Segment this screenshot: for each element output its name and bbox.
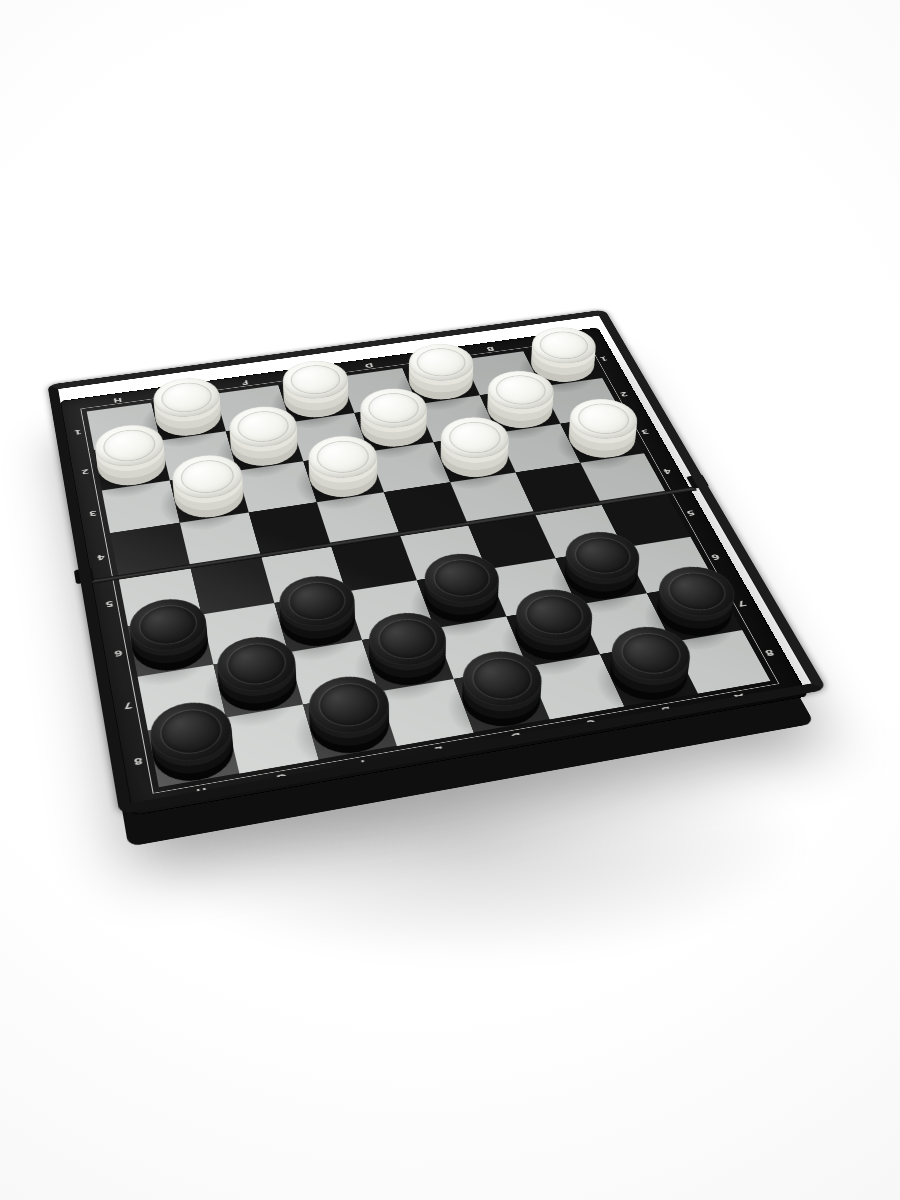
checkers-board: HGFEDCBAHGFEDCBA1234567812345678 [60, 327, 809, 815]
photo-scene: HGFEDCBAHGFEDCBA1234567812345678 [0, 0, 900, 1200]
